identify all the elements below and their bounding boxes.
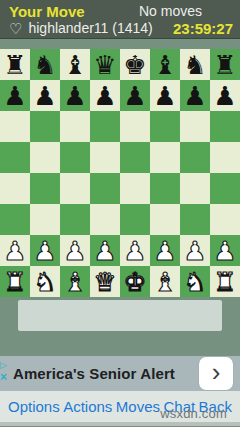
square-b7[interactable]: ♟ xyxy=(30,80,60,111)
square-b4[interactable] xyxy=(30,173,60,204)
square-g3[interactable] xyxy=(180,204,210,235)
chess-app: Your Move No moves ♡ highlander11 (1414)… xyxy=(0,0,240,427)
piece-white-pawn: ♟ xyxy=(153,238,176,264)
square-g7[interactable]: ♟ xyxy=(180,80,210,111)
square-a7[interactable]: ♟ xyxy=(0,80,30,111)
square-c4[interactable] xyxy=(60,173,90,204)
piece-black-rook: ♜ xyxy=(3,52,26,78)
piece-white-pawn: ♟ xyxy=(63,238,86,264)
square-f7[interactable]: ♟ xyxy=(150,80,180,111)
game-clock: 23:59:27 xyxy=(173,20,233,37)
toolbar-moves-button[interactable]: Moves xyxy=(116,398,160,415)
square-g5[interactable] xyxy=(180,142,210,173)
piece-white-pawn: ♟ xyxy=(213,238,236,264)
piece-black-bishop: ♝ xyxy=(63,52,86,78)
piece-white-king: ♚ xyxy=(123,269,146,295)
square-d1[interactable]: ♛ xyxy=(90,266,120,297)
square-e7[interactable]: ♟ xyxy=(120,80,150,111)
square-e3[interactable] xyxy=(120,204,150,235)
piece-black-knight: ♞ xyxy=(33,52,56,78)
square-e8[interactable]: ♚ xyxy=(120,49,150,80)
piece-black-rook: ♜ xyxy=(213,52,236,78)
ad-banner[interactable]: ▷ × America's Senior Alert › xyxy=(0,356,240,391)
square-h8[interactable]: ♜ xyxy=(210,49,240,80)
square-d7[interactable]: ♟ xyxy=(90,80,120,111)
moves-info-label: No moves xyxy=(139,3,202,20)
square-e4[interactable] xyxy=(120,173,150,204)
square-d4[interactable] xyxy=(90,173,120,204)
piece-white-pawn: ♟ xyxy=(3,238,26,264)
status-row-bottom: ♡ highlander11 (1414) 23:59:27 xyxy=(9,20,233,37)
square-g1[interactable]: ♞ xyxy=(180,266,210,297)
square-c7[interactable]: ♟ xyxy=(60,80,90,111)
status-bar: Your Move No moves ♡ highlander11 (1414)… xyxy=(0,0,240,39)
square-c5[interactable] xyxy=(60,142,90,173)
piece-white-pawn: ♟ xyxy=(33,238,56,264)
square-a3[interactable] xyxy=(0,204,30,235)
board-top-gap xyxy=(0,39,240,49)
square-c3[interactable] xyxy=(60,204,90,235)
piece-black-queen: ♛ xyxy=(93,52,116,78)
piece-black-pawn: ♟ xyxy=(183,83,206,109)
square-h7[interactable]: ♟ xyxy=(210,80,240,111)
square-f1[interactable]: ♝ xyxy=(150,266,180,297)
square-f5[interactable] xyxy=(150,142,180,173)
piece-black-bishop: ♝ xyxy=(153,52,176,78)
piece-black-pawn: ♟ xyxy=(63,83,86,109)
square-h4[interactable] xyxy=(210,173,240,204)
status-row-top: Your Move No moves xyxy=(9,3,233,20)
piece-white-rook: ♜ xyxy=(3,269,26,295)
piece-black-pawn: ♟ xyxy=(123,83,146,109)
player-name: highlander11 (1414) xyxy=(28,20,152,37)
square-e5[interactable] xyxy=(120,142,150,173)
lower-panel xyxy=(0,297,240,356)
piece-white-knight: ♞ xyxy=(33,269,56,295)
square-d3[interactable] xyxy=(90,204,120,235)
square-b5[interactable] xyxy=(30,142,60,173)
square-c6[interactable] xyxy=(60,111,90,142)
square-a6[interactable] xyxy=(0,111,30,142)
square-c2[interactable]: ♟ xyxy=(60,235,90,266)
square-e2[interactable]: ♟ xyxy=(120,235,150,266)
piece-black-knight: ♞ xyxy=(183,52,206,78)
square-f6[interactable] xyxy=(150,111,180,142)
piece-black-pawn: ♟ xyxy=(153,83,176,109)
square-h2[interactable]: ♟ xyxy=(210,235,240,266)
square-d2[interactable]: ♟ xyxy=(90,235,120,266)
square-h3[interactable] xyxy=(210,204,240,235)
square-f8[interactable]: ♝ xyxy=(150,49,180,80)
ad-cta-button[interactable]: › xyxy=(199,357,233,390)
square-b6[interactable] xyxy=(30,111,60,142)
toolbar-actions-button[interactable]: Actions xyxy=(63,398,112,415)
square-c8[interactable]: ♝ xyxy=(60,49,90,80)
square-a2[interactable]: ♟ xyxy=(0,235,30,266)
square-b8[interactable]: ♞ xyxy=(30,49,60,80)
square-a1[interactable]: ♜ xyxy=(0,266,30,297)
square-f2[interactable]: ♟ xyxy=(150,235,180,266)
square-g4[interactable] xyxy=(180,173,210,204)
piece-white-pawn: ♟ xyxy=(123,238,146,264)
piece-white-pawn: ♟ xyxy=(183,238,206,264)
piece-black-pawn: ♟ xyxy=(33,83,56,109)
square-g8[interactable]: ♞ xyxy=(180,49,210,80)
piece-white-queen: ♛ xyxy=(93,269,116,295)
square-a8[interactable]: ♜ xyxy=(0,49,30,80)
ad-title[interactable]: America's Senior Alert xyxy=(13,365,175,382)
square-b1[interactable]: ♞ xyxy=(30,266,60,297)
piece-white-pawn: ♟ xyxy=(93,238,116,264)
square-g6[interactable] xyxy=(180,111,210,142)
player-line: ♡ highlander11 (1414) xyxy=(9,20,153,37)
square-f4[interactable] xyxy=(150,173,180,204)
adchoices-column: ▷ × xyxy=(0,360,11,383)
chevron-right-icon: › xyxy=(212,359,221,385)
message-box xyxy=(18,300,222,331)
piece-white-bishop: ♝ xyxy=(63,269,86,295)
chess-board: ♜♞♝♛♚♝♞♜♟♟♟♟♟♟♟♟♟♟♟♟♟♟♟♟♜♞♝♛♚♝♞♜ xyxy=(0,49,240,297)
square-h6[interactable] xyxy=(210,111,240,142)
move-status-label: Your Move xyxy=(9,3,85,20)
square-c1[interactable]: ♝ xyxy=(60,266,90,297)
toolbar-back-button[interactable]: Back xyxy=(199,398,232,415)
square-f3[interactable] xyxy=(150,204,180,235)
square-a4[interactable] xyxy=(0,173,30,204)
piece-black-pawn: ♟ xyxy=(213,83,236,109)
piece-black-king: ♚ xyxy=(123,52,146,78)
piece-white-rook: ♜ xyxy=(213,269,236,295)
toolbar-chat-button[interactable]: Chat xyxy=(163,398,195,415)
square-e6[interactable] xyxy=(120,111,150,142)
piece-white-bishop: ♝ xyxy=(153,269,176,295)
square-g2[interactable]: ♟ xyxy=(180,235,210,266)
square-a5[interactable] xyxy=(0,142,30,173)
square-b3[interactable] xyxy=(30,204,60,235)
bottom-toolbar: Options Actions Moves Chat Back wsxdn.co… xyxy=(0,391,240,426)
square-d5[interactable] xyxy=(90,142,120,173)
square-b2[interactable]: ♟ xyxy=(30,235,60,266)
piece-black-pawn: ♟ xyxy=(93,83,116,109)
heart-icon[interactable]: ♡ xyxy=(9,21,22,36)
square-e1[interactable]: ♚ xyxy=(120,266,150,297)
toolbar-options-button[interactable]: Options xyxy=(8,398,60,415)
square-d6[interactable] xyxy=(90,111,120,142)
piece-white-knight: ♞ xyxy=(183,269,206,295)
square-h5[interactable] xyxy=(210,142,240,173)
piece-black-pawn: ♟ xyxy=(3,83,26,109)
ad-close-icon[interactable]: × xyxy=(0,372,7,383)
square-d8[interactable]: ♛ xyxy=(90,49,120,80)
square-h1[interactable]: ♜ xyxy=(210,266,240,297)
